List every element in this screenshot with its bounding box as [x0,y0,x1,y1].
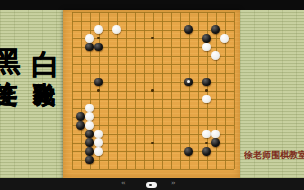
grid-line-horizontal [72,21,234,22]
stone-white [94,138,103,147]
stone-black [184,147,193,156]
go-board [63,10,240,179]
video-player-bar: ‹‹ ›› [0,178,304,190]
stone-white [94,25,103,34]
stone-white [211,51,220,60]
star-point [151,89,153,91]
grid-line-horizontal [72,125,234,126]
top-letterbox-bar [0,0,304,10]
stone-black [94,43,103,52]
stone-black [85,138,94,147]
star-point [97,89,99,91]
star-point [205,142,207,144]
grid-line-horizontal [72,108,234,109]
video-frame[interactable]: 黑 连笑 白 党毅飞 徐老师围棋教室 ‹‹ ›› [0,0,304,190]
stone-black [85,156,94,165]
stone-white [202,95,211,104]
stone-white [211,130,220,139]
stone-black [76,112,85,121]
play-icon [149,184,152,187]
stone-black [211,25,220,34]
grid-line-vertical [234,12,235,169]
stone-black [94,78,103,87]
grid-line-horizontal [72,160,234,161]
stone-white [85,104,94,113]
stone-black [202,34,211,43]
stone-black [211,138,220,147]
stone-white [85,112,94,121]
stone-white [85,34,94,43]
play-pause-button[interactable] [146,182,157,188]
star-point [205,89,207,91]
stone-white [94,147,103,156]
stone-white [94,130,103,139]
black-player-name: 连笑 [0,62,21,66]
grid-line-horizontal [72,64,234,65]
stone-black [202,78,211,87]
grid-line-horizontal [72,117,234,118]
left-player-panel: 黑 连笑 白 党毅飞 [0,10,63,178]
last-move-marker [187,80,190,83]
stone-white [202,43,211,52]
star-point [151,142,153,144]
classroom-watermark: 徐老师围棋教室 [244,149,304,162]
stone-black [76,121,85,130]
stone-black [85,130,94,139]
stone-white [85,121,94,130]
white-player-name: 党毅飞 [29,65,59,68]
stone-black [85,147,94,156]
stone-black [184,78,193,87]
rewind-button[interactable]: ‹‹ [121,179,125,188]
stone-black [184,25,193,34]
grid-line-horizontal [72,12,234,13]
stone-white [202,130,211,139]
grid-line-horizontal [72,56,234,57]
stone-white [220,34,229,43]
right-side-panel: 徐老师围棋教室 [240,10,304,178]
forward-button[interactable]: ›› [171,179,175,188]
stone-white [112,25,121,34]
stone-black [202,147,211,156]
grid-line-horizontal [72,73,234,74]
grid-line-horizontal [72,169,234,170]
stone-black [85,43,94,52]
